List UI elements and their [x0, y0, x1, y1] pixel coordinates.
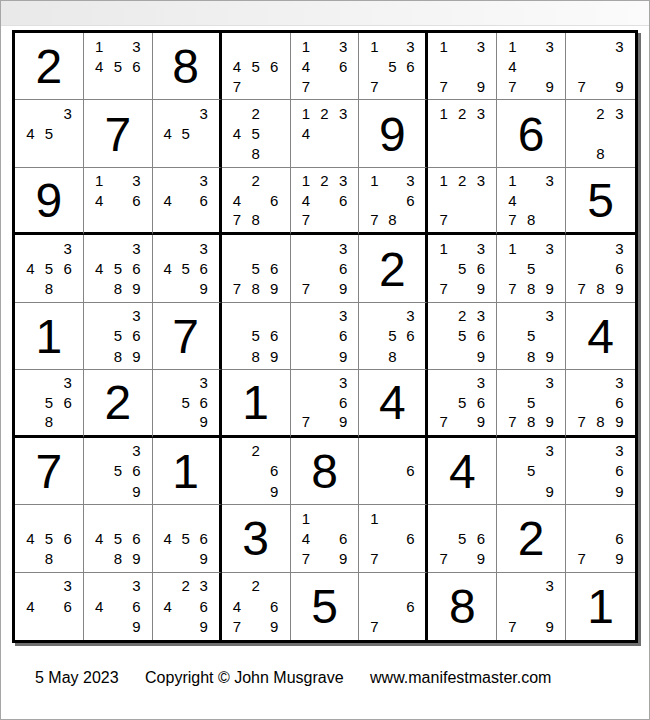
pencil-mark-2	[383, 508, 401, 528]
pencil-mark-4	[365, 326, 383, 346]
pencil-mark-8	[177, 144, 195, 164]
pencil-mark-3	[265, 36, 284, 56]
pencil-marks: 3568	[365, 306, 419, 366]
pencil-mark-1	[572, 373, 591, 392]
pencil-mark-9	[401, 617, 419, 637]
pencil-mark-9	[540, 210, 559, 229]
pencil-mark-2: 2	[453, 103, 472, 123]
pencil-mark-4: 4	[21, 124, 40, 144]
pencil-mark-2	[246, 36, 265, 56]
solved-digit: 2	[36, 43, 63, 91]
pencil-mark-2	[246, 306, 265, 326]
cell-r7c3: 1	[153, 438, 222, 505]
pencil-mark-8	[453, 412, 472, 431]
pencil-mark-8	[246, 481, 265, 501]
cell-r8c4: 3	[222, 505, 291, 572]
pencil-mark-2: 2	[246, 171, 265, 190]
pencil-mark-8: 8	[383, 346, 401, 366]
pencil-mark-9	[401, 210, 419, 229]
pencil-mark-8: 8	[40, 548, 59, 568]
pencil-marks: 14679	[297, 508, 353, 568]
pencil-mark-1	[159, 576, 177, 596]
pencil-mark-6: 6	[127, 528, 146, 548]
pencil-mark-5	[177, 190, 195, 209]
pencil-mark-2	[522, 576, 541, 596]
pencil-mark-3: 3	[540, 576, 559, 596]
pencil-mark-7	[90, 346, 109, 366]
cell-r4c6: 2	[359, 235, 428, 302]
pencil-mark-1: 1	[90, 36, 109, 56]
pencil-mark-5	[383, 190, 401, 209]
pencil-mark-1	[159, 238, 177, 258]
pencil-mark-8	[315, 279, 334, 299]
pencil-mark-1	[297, 306, 316, 326]
pencil-mark-4	[21, 393, 40, 412]
pencil-mark-5	[177, 596, 195, 616]
pencil-mark-7: 7	[297, 279, 316, 299]
pencil-mark-7	[434, 346, 453, 366]
pencil-mark-3: 3	[472, 238, 491, 258]
solved-digit: 4	[449, 448, 476, 496]
pencil-mark-1	[503, 441, 522, 461]
footer-copyright: Copyright © John Musgrave	[145, 669, 344, 686]
pencil-mark-6: 6	[58, 528, 77, 548]
pencil-mark-5	[522, 56, 541, 76]
pencil-mark-6: 6	[472, 258, 491, 278]
pencil-mark-1: 1	[434, 171, 453, 190]
pencil-mark-5: 5	[522, 326, 541, 346]
cell-r1c5: 13467	[291, 33, 360, 100]
pencil-mark-9: 9	[610, 548, 629, 568]
pencil-mark-5: 5	[453, 393, 472, 412]
pencil-mark-4	[297, 393, 316, 412]
pencil-mark-4	[159, 393, 177, 412]
cell-r8c6: 167	[359, 505, 428, 572]
pencil-mark-4: 4	[297, 124, 316, 144]
sudoku-grid: 2134568456713467135671379134793793457345…	[15, 33, 635, 640]
pencil-mark-2	[453, 508, 472, 528]
pencil-mark-6	[540, 190, 559, 209]
pencil-mark-8: 8	[246, 279, 265, 299]
pencil-mark-1	[90, 508, 109, 528]
pencil-mark-9	[401, 481, 419, 501]
pencil-mark-9	[334, 144, 353, 164]
cell-r3c7: 1237	[428, 168, 497, 235]
pencil-mark-9: 9	[610, 481, 629, 501]
pencil-mark-6: 6	[610, 461, 629, 481]
pencil-mark-6: 6	[127, 258, 146, 278]
pencil-mark-1	[21, 103, 40, 123]
pencil-marks: 3469	[90, 576, 146, 637]
pencil-mark-6	[265, 124, 284, 144]
pencil-mark-1	[297, 238, 316, 258]
solved-digit: 8	[172, 43, 199, 91]
pencil-mark-8	[177, 210, 195, 229]
pencil-mark-3: 3	[195, 238, 213, 258]
pencil-mark-4	[572, 258, 591, 278]
pencil-mark-4: 4	[297, 190, 316, 209]
pencil-mark-7	[297, 346, 316, 366]
pencil-marks: 3569	[90, 441, 146, 501]
pencil-mark-9: 9	[472, 548, 491, 568]
pencil-mark-4	[434, 124, 453, 144]
pencil-mark-6	[540, 56, 559, 76]
pencil-mark-3	[401, 576, 419, 596]
cell-r2c2: 7	[84, 100, 153, 167]
pencil-mark-6: 6	[401, 190, 419, 209]
pencil-mark-2	[522, 373, 541, 392]
pencil-mark-3: 3	[472, 306, 491, 326]
pencil-mark-8: 8	[591, 412, 610, 431]
pencil-mark-8	[453, 210, 472, 229]
pencil-mark-4: 4	[90, 596, 109, 616]
pencil-mark-3: 3	[540, 306, 559, 326]
pencil-mark-4	[434, 56, 453, 76]
cell-r2c5: 1234	[291, 100, 360, 167]
pencil-mark-3	[265, 238, 284, 258]
pencil-marks: 23469	[159, 576, 213, 637]
solved-digit: 6	[518, 111, 545, 159]
pencil-mark-4	[434, 190, 453, 209]
cell-r8c5: 14679	[291, 505, 360, 572]
cell-r9c3: 23469	[153, 573, 222, 640]
pencil-marks: 345	[159, 103, 213, 163]
cell-r3c6: 13678	[359, 168, 428, 235]
pencil-mark-1	[228, 238, 247, 258]
pencil-mark-7	[21, 279, 40, 299]
pencil-mark-4	[503, 393, 522, 412]
pencil-mark-4	[572, 124, 591, 144]
pencil-mark-4: 4	[90, 190, 109, 209]
solved-digit: 7	[104, 111, 131, 159]
pencil-mark-6: 6	[334, 190, 353, 209]
pencil-mark-9: 9	[195, 548, 213, 568]
pencil-marks: 379	[503, 576, 559, 637]
pencil-mark-8	[177, 548, 195, 568]
pencil-mark-6: 6	[265, 326, 284, 346]
pencil-mark-9: 9	[540, 617, 559, 637]
pencil-mark-2	[40, 576, 59, 596]
pencil-mark-7	[159, 210, 177, 229]
pencil-mark-5: 5	[522, 393, 541, 412]
pencil-mark-9: 9	[540, 346, 559, 366]
pencil-mark-4: 4	[297, 528, 316, 548]
pencil-mark-6: 6	[401, 461, 419, 481]
pencil-mark-2: 2	[453, 306, 472, 326]
pencil-mark-3: 3	[472, 171, 491, 190]
pencil-mark-3	[265, 306, 284, 326]
pencil-mark-9	[58, 617, 77, 637]
pencil-mark-3: 3	[540, 238, 559, 258]
pencil-mark-5	[315, 326, 334, 346]
pencil-mark-9: 9	[472, 412, 491, 431]
pencil-mark-3	[265, 103, 284, 123]
pencil-mark-9	[265, 210, 284, 229]
pencil-mark-9: 9	[265, 279, 284, 299]
pencil-mark-4	[434, 528, 453, 548]
pencil-mark-5	[109, 190, 128, 209]
pencil-mark-1: 1	[90, 171, 109, 190]
pencil-mark-3	[127, 508, 146, 528]
pencil-mark-2	[109, 306, 128, 326]
pencil-mark-9: 9	[195, 617, 213, 637]
cell-r3c2: 1346	[84, 168, 153, 235]
cell-r8c1: 4568	[15, 505, 84, 572]
cell-r8c8: 2	[497, 505, 566, 572]
pencil-mark-7: 7	[572, 76, 591, 96]
pencil-mark-7	[159, 144, 177, 164]
pencil-mark-2	[383, 36, 401, 56]
pencil-mark-7	[297, 144, 316, 164]
pencil-mark-2	[315, 373, 334, 392]
pencil-mark-3: 3	[540, 171, 559, 190]
pencil-mark-6: 6	[472, 326, 491, 346]
solved-digit: 2	[104, 379, 131, 427]
solved-digit: 9	[36, 177, 63, 225]
cell-r3c9: 5	[566, 168, 635, 235]
pencil-mark-8	[453, 346, 472, 366]
pencil-marks: 23569	[434, 306, 490, 366]
pencil-mark-3	[401, 508, 419, 528]
pencil-mark-3: 3	[58, 103, 77, 123]
pencil-mark-9: 9	[540, 412, 559, 431]
cell-r9c8: 379	[497, 573, 566, 640]
cell-r5c2: 35689	[84, 303, 153, 370]
pencil-mark-5	[453, 56, 472, 76]
pencil-mark-1	[503, 306, 522, 326]
pencil-mark-3: 3	[195, 373, 213, 392]
pencil-mark-1	[572, 441, 591, 461]
cell-r6c5: 3679	[291, 370, 360, 437]
cell-r8c3: 4569	[153, 505, 222, 572]
pencil-mark-6: 6	[127, 596, 146, 616]
pencil-mark-9	[401, 346, 419, 366]
pencil-mark-1	[503, 576, 522, 596]
pencil-marks: 369	[297, 306, 353, 366]
pencil-mark-6	[540, 596, 559, 616]
cell-r9c4: 24679	[222, 573, 291, 640]
pencil-mark-6: 6	[127, 461, 146, 481]
pencil-marks: 269	[228, 441, 284, 501]
pencil-mark-9	[472, 210, 491, 229]
pencil-mark-7: 7	[503, 76, 522, 96]
pencil-mark-8	[40, 617, 59, 637]
pencil-mark-6: 6	[334, 393, 353, 412]
pencil-mark-4: 4	[159, 258, 177, 278]
pencil-marks: 35789	[503, 373, 559, 431]
footer: 5 May 2023 Copyright © John Musgrave www…	[35, 669, 551, 687]
pencil-mark-1: 1	[503, 238, 522, 258]
pencil-mark-5	[591, 528, 610, 548]
pencil-mark-6: 6	[472, 393, 491, 412]
cell-r3c1: 9	[15, 168, 84, 235]
pencil-mark-2: 2	[453, 171, 472, 190]
pencil-mark-5: 5	[40, 124, 59, 144]
pencil-mark-7	[228, 346, 247, 366]
cell-r2c8: 6	[497, 100, 566, 167]
pencil-mark-8: 8	[591, 279, 610, 299]
pencil-mark-9: 9	[540, 76, 559, 96]
pencil-mark-7: 7	[365, 210, 383, 229]
pencil-mark-1	[159, 171, 177, 190]
pencil-mark-9: 9	[265, 346, 284, 366]
pencil-mark-2	[591, 508, 610, 528]
pencil-mark-8	[246, 76, 265, 96]
pencil-mark-1: 1	[365, 36, 383, 56]
pencil-mark-2: 2	[591, 103, 610, 123]
pencil-mark-8	[315, 210, 334, 229]
pencil-mark-8: 8	[109, 346, 128, 366]
pencil-mark-7	[21, 412, 40, 431]
pencil-mark-5	[522, 596, 541, 616]
pencil-mark-1	[228, 441, 247, 461]
pencil-mark-5: 5	[246, 56, 265, 76]
pencil-mark-6: 6	[334, 528, 353, 548]
pencil-mark-2	[453, 373, 472, 392]
pencil-mark-9	[610, 144, 629, 164]
pencil-mark-6: 6	[334, 258, 353, 278]
cell-r7c8: 359	[497, 438, 566, 505]
pencil-mark-2	[383, 441, 401, 461]
pencil-mark-3: 3	[127, 36, 146, 56]
pencil-mark-6: 6	[401, 56, 419, 76]
pencil-mark-3: 3	[540, 373, 559, 392]
pencil-mark-3	[610, 508, 629, 528]
pencil-mark-8	[522, 76, 541, 96]
pencil-mark-7: 7	[365, 548, 383, 568]
pencil-marks: 13567	[365, 36, 419, 96]
pencil-mark-2	[109, 238, 128, 258]
pencil-marks: 1237	[434, 171, 490, 229]
pencil-mark-8	[315, 412, 334, 431]
pencil-mark-4	[365, 528, 383, 548]
pencil-mark-5	[246, 461, 265, 481]
pencil-mark-8: 8	[522, 346, 541, 366]
solved-digit: 1	[36, 313, 63, 361]
pencil-mark-7	[503, 481, 522, 501]
pencil-mark-8	[383, 481, 401, 501]
pencil-mark-3: 3	[334, 103, 353, 123]
pencil-mark-2: 2	[246, 103, 265, 123]
pencil-mark-7: 7	[228, 617, 247, 637]
pencil-mark-1	[434, 373, 453, 392]
pencil-mark-1: 1	[503, 36, 522, 56]
pencil-mark-8	[522, 617, 541, 637]
pencil-mark-4	[572, 56, 591, 76]
pencil-mark-2	[177, 171, 195, 190]
pencil-mark-4	[297, 258, 316, 278]
pencil-mark-2	[109, 508, 128, 528]
cell-r7c1: 7	[15, 438, 84, 505]
pencil-mark-4	[434, 326, 453, 346]
cell-r4c2: 345689	[84, 235, 153, 302]
pencil-mark-1: 1	[297, 171, 316, 190]
pencil-mark-2	[177, 508, 195, 528]
pencil-mark-2	[315, 306, 334, 326]
pencil-mark-6: 6	[610, 393, 629, 412]
pencil-marks: 2458	[228, 103, 284, 163]
cell-r8c9: 679	[566, 505, 635, 572]
pencil-mark-8	[453, 279, 472, 299]
pencil-mark-5: 5	[177, 258, 195, 278]
pencil-mark-4	[572, 461, 591, 481]
pencil-mark-9	[58, 279, 77, 299]
pencil-mark-8: 8	[383, 210, 401, 229]
pencil-marks: 24678	[228, 171, 284, 229]
pencil-mark-9: 9	[195, 279, 213, 299]
pencil-mark-5	[591, 461, 610, 481]
cell-r1c3: 8	[153, 33, 222, 100]
pencil-mark-8: 8	[522, 279, 541, 299]
pencil-mark-8	[177, 279, 195, 299]
pencil-mark-5: 5	[453, 258, 472, 278]
pencil-marks: 346	[21, 576, 77, 637]
pencil-mark-8	[315, 548, 334, 568]
pencil-marks: 135789	[503, 238, 559, 298]
pencil-mark-2	[522, 36, 541, 56]
pencil-mark-5: 5	[383, 56, 401, 76]
pencil-mark-1	[572, 238, 591, 258]
pencil-marks: 345	[21, 103, 77, 163]
pencil-mark-4: 4	[503, 56, 522, 76]
pencil-mark-5	[383, 461, 401, 481]
pencil-mark-2	[383, 576, 401, 596]
cell-r7c4: 269	[222, 438, 291, 505]
pencil-mark-3: 3	[58, 576, 77, 596]
pencil-mark-4	[365, 190, 383, 209]
pencil-mark-2	[522, 238, 541, 258]
pencil-mark-9: 9	[610, 76, 629, 96]
sudoku-board: 2134568456713467135671379134793793457345…	[12, 30, 638, 643]
pencil-mark-3: 3	[334, 373, 353, 392]
pencil-mark-7: 7	[365, 617, 383, 637]
pencil-mark-2	[177, 238, 195, 258]
pencil-mark-4: 4	[90, 528, 109, 548]
pencil-mark-8: 8	[109, 279, 128, 299]
pencil-marks: 6	[365, 441, 419, 501]
pencil-mark-3: 3	[58, 238, 77, 258]
solved-digit: 5	[587, 177, 614, 225]
pencil-mark-8: 8	[591, 144, 610, 164]
pencil-mark-5	[246, 596, 265, 616]
pencil-mark-5: 5	[383, 326, 401, 346]
pencil-mark-7	[159, 279, 177, 299]
solved-digit: 4	[587, 313, 614, 361]
pencil-marks: 1379	[434, 36, 490, 96]
pencil-mark-4: 4	[159, 190, 177, 209]
cell-r3c4: 24678	[222, 168, 291, 235]
pencil-mark-2	[109, 576, 128, 596]
pencil-mark-3	[265, 441, 284, 461]
pencil-mark-6: 6	[195, 258, 213, 278]
pencil-marks: 4569	[159, 508, 213, 568]
pencil-mark-4: 4	[159, 596, 177, 616]
pencil-mark-6: 6	[195, 596, 213, 616]
pencil-mark-1	[297, 373, 316, 392]
pencil-mark-5	[246, 190, 265, 209]
cell-r7c7: 4	[428, 438, 497, 505]
pencil-mark-2	[522, 441, 541, 461]
pencil-mark-9	[58, 548, 77, 568]
pencil-mark-2	[109, 36, 128, 56]
pencil-mark-4: 4	[297, 56, 316, 76]
pencil-mark-1	[21, 576, 40, 596]
cell-r1c9: 379	[566, 33, 635, 100]
pencil-marks: 34568	[21, 238, 77, 298]
pencil-mark-5	[591, 258, 610, 278]
pencil-mark-1: 1	[297, 103, 316, 123]
pencil-mark-6: 6	[610, 528, 629, 548]
